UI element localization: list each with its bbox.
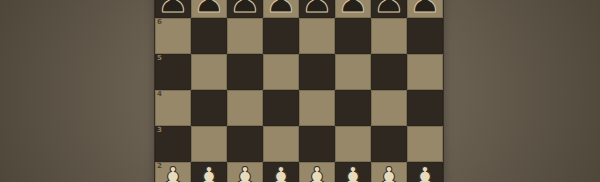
square-c3[interactable] [227,126,263,162]
square-g7[interactable]: ♟ [371,0,407,18]
white-pawn[interactable]: ♟ [227,162,263,182]
rank-label-4: 4 [157,91,162,98]
square-f6[interactable] [335,18,371,54]
square-e5[interactable] [299,54,335,90]
square-f4[interactable] [335,90,371,126]
black-pawn[interactable]: ♟ [191,0,227,18]
square-g4[interactable] [371,90,407,126]
square-c6[interactable] [227,18,263,54]
square-a4[interactable]: 4 [155,90,191,126]
white-pawn[interactable]: ♟ [155,162,191,182]
square-f5[interactable] [335,54,371,90]
square-a7[interactable]: 7♟ [155,0,191,18]
rank-label-5: 5 [157,55,162,62]
white-pawn[interactable]: ♟ [263,162,299,182]
square-e6[interactable] [299,18,335,54]
white-pawn[interactable]: ♟ [407,162,443,182]
square-b3[interactable] [191,126,227,162]
square-h2[interactable]: ♟ [407,162,443,182]
square-g5[interactable] [371,54,407,90]
square-a3[interactable]: 3 [155,126,191,162]
black-pawn[interactable]: ♟ [371,0,407,18]
chess-board: 8♜♞♝♛♚♝♞♜7♟♟♟♟♟♟♟♟65432♟♟♟♟♟♟♟♟1♜♞♝♛♚♝♞♜ [155,0,443,182]
square-d3[interactable] [263,126,299,162]
square-f7[interactable]: ♟ [335,0,371,18]
rank-label-6: 6 [157,19,162,26]
square-a5[interactable]: 5 [155,54,191,90]
square-c7[interactable]: ♟ [227,0,263,18]
square-g6[interactable] [371,18,407,54]
square-c5[interactable] [227,54,263,90]
square-c4[interactable] [227,90,263,126]
white-pawn[interactable]: ♟ [299,162,335,182]
square-d4[interactable] [263,90,299,126]
square-d5[interactable] [263,54,299,90]
square-a6[interactable]: 6 [155,18,191,54]
square-d6[interactable] [263,18,299,54]
black-pawn[interactable]: ♟ [227,0,263,18]
square-h7[interactable]: ♟ [407,0,443,18]
square-b6[interactable] [191,18,227,54]
square-g2[interactable]: ♟ [371,162,407,182]
square-d7[interactable]: ♟ [263,0,299,18]
rank-label-3: 3 [157,127,162,134]
square-h4[interactable] [407,90,443,126]
black-pawn[interactable]: ♟ [335,0,371,18]
black-pawn[interactable]: ♟ [407,0,443,18]
square-f2[interactable]: ♟ [335,162,371,182]
black-pawn[interactable]: ♟ [155,0,191,18]
black-pawn[interactable]: ♟ [263,0,299,18]
black-pawn[interactable]: ♟ [299,0,335,18]
square-b7[interactable]: ♟ [191,0,227,18]
square-b2[interactable]: ♟ [191,162,227,182]
white-pawn[interactable]: ♟ [335,162,371,182]
square-a2[interactable]: 2♟ [155,162,191,182]
square-c2[interactable]: ♟ [227,162,263,182]
square-e7[interactable]: ♟ [299,0,335,18]
square-f3[interactable] [335,126,371,162]
square-g3[interactable] [371,126,407,162]
white-pawn[interactable]: ♟ [371,162,407,182]
square-b4[interactable] [191,90,227,126]
square-h6[interactable] [407,18,443,54]
square-b5[interactable] [191,54,227,90]
square-e2[interactable]: ♟ [299,162,335,182]
app-background: 8♜♞♝♛♚♝♞♜7♟♟♟♟♟♟♟♟65432♟♟♟♟♟♟♟♟1♜♞♝♛♚♝♞♜ [0,0,600,182]
square-d2[interactable]: ♟ [263,162,299,182]
square-e3[interactable] [299,126,335,162]
square-h5[interactable] [407,54,443,90]
white-pawn[interactable]: ♟ [191,162,227,182]
square-h3[interactable] [407,126,443,162]
square-e4[interactable] [299,90,335,126]
